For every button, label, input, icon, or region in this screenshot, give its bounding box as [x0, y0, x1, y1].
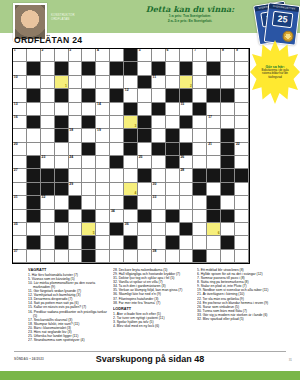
grid-cell-r2c14[interactable] [193, 62, 207, 75]
crossword-grid[interactable]: 1234567891011121213141516317181920212223… [12, 48, 250, 264]
grid-cell-r5c16[interactable] [221, 103, 235, 116]
clue-number: 35 [14, 223, 18, 227]
grid-cell-r8c13 [180, 143, 194, 156]
grid-cell-r1c3[interactable]: 2 [41, 49, 55, 62]
grid-cell-r5c15[interactable] [207, 103, 221, 116]
grid-cell-r2c17[interactable] [235, 62, 249, 75]
grid-cell-r1c12[interactable]: 6 [166, 49, 180, 62]
grid-cell-r13c16 [221, 210, 235, 223]
grid-cell-r11c3 [41, 183, 55, 196]
grid-cell-r11c10[interactable] [138, 183, 152, 196]
grid-cell-r6c15[interactable]: 17 [207, 116, 221, 129]
grid-cell-r13c14[interactable] [193, 210, 207, 223]
grid-cell-r4c10[interactable] [138, 89, 152, 102]
grid-cell-r13c9[interactable] [124, 210, 138, 223]
grid-cell-r8c17[interactable]: 22 [235, 143, 249, 156]
grid-cell-r14c6[interactable]: 5 [82, 223, 96, 236]
clue-section: VÅGRÄTT1. Här förs fashionabla kvister (… [28, 268, 110, 342]
grid-cell-r10c2 [27, 169, 41, 182]
grid-cell-r5c12[interactable] [166, 103, 180, 116]
grid-cell-r12c8[interactable] [110, 196, 124, 209]
clue-number: 20 [14, 143, 18, 147]
grid-cell-r10c11[interactable] [152, 169, 166, 182]
grid-cell-r3c3[interactable] [41, 76, 55, 89]
grid-cell-r6c7[interactable] [96, 116, 110, 129]
grid-cell-r5c17[interactable] [235, 103, 249, 116]
grid-cell-r3c14[interactable] [193, 76, 207, 89]
grid-cell-r12c9 [124, 196, 138, 209]
grid-cell-r5c6[interactable] [82, 103, 96, 116]
grid-cell-r12c1[interactable]: 31 [13, 196, 27, 209]
clue-number: 2 [42, 49, 44, 53]
grid-cell-r14c5[interactable] [69, 223, 83, 236]
clue-section: 5. Ett möblad blir utsocknes (8)6. Hylld… [197, 268, 290, 321]
grid-cell-r13c17[interactable] [235, 210, 249, 223]
grid-cell-r15c7[interactable] [96, 236, 110, 249]
clue-column-3: 5. Ett möblad blir utsocknes (8)6. Hylld… [197, 268, 290, 350]
clue-number: 21 [208, 143, 212, 147]
grid-cell-r3c9[interactable] [124, 76, 138, 89]
grid-cell-r3c11[interactable]: 11 [152, 76, 166, 89]
grid-cell-r10c8[interactable] [110, 169, 124, 182]
grid-cell-r16c14 [193, 250, 207, 263]
grid-cell-r16c6 [82, 250, 96, 263]
howto-body: Bokstäverna i de gula rutorna bildar här… [257, 69, 293, 79]
grid-cell-r7c4 [55, 129, 69, 142]
grid-cell-r4c5[interactable] [69, 89, 83, 102]
grid-cell-r9c9[interactable] [124, 156, 138, 169]
clue-number: 3 [69, 49, 71, 53]
grid-cell-r1c5[interactable]: 3 [69, 49, 83, 62]
grid-cell-r14c16[interactable] [221, 223, 235, 236]
constructor-credit: KONSTRUKTÖR ORDFLÄTAN [51, 14, 111, 22]
grid-cell-r13c11[interactable] [152, 210, 166, 223]
grid-cell-r10c9[interactable] [124, 169, 138, 182]
grid-cell-r12c16[interactable] [221, 196, 235, 209]
grid-cell-r16c10[interactable] [138, 250, 152, 263]
grid-cell-r6c17[interactable] [235, 116, 249, 129]
grid-cell-r2c3[interactable] [41, 62, 55, 75]
answer-coupon-label: Svarskupong på sidan 48 [0, 354, 300, 364]
grid-cell-r3c13[interactable]: 2 [180, 76, 194, 89]
grid-cell-r8c14[interactable] [193, 143, 207, 156]
clue-number: 19 [97, 129, 101, 133]
grid-cell-r14c12[interactable] [166, 223, 180, 236]
grid-cell-r8c11 [152, 143, 166, 156]
grid-cell-r1c7[interactable]: 4 [96, 49, 110, 62]
grid-cell-r16c12[interactable] [166, 250, 180, 263]
grid-cell-r10c10 [138, 169, 152, 182]
grid-cell-r4c4 [55, 89, 69, 102]
grid-cell-r4c11[interactable] [152, 89, 166, 102]
grid-cell-r4c7[interactable] [96, 89, 110, 102]
clue-number: 9 [236, 49, 238, 53]
grid-cell-r12c14[interactable] [193, 196, 207, 209]
grid-cell-r15c4 [55, 236, 69, 249]
clue-number: 27 [14, 169, 18, 173]
grid-cell-r14c15[interactable]: 6 [207, 223, 221, 236]
grid-cell-r3c6[interactable] [82, 76, 96, 89]
grid-cell-r6c1[interactable]: 16 [13, 116, 27, 129]
grid-cell-r9c6[interactable] [82, 156, 96, 169]
grid-cell-r1c1[interactable]: 1 [13, 49, 27, 62]
grid-cell-r2c16[interactable] [221, 62, 235, 75]
grid-cell-r9c17[interactable] [235, 156, 249, 169]
competition-row-digit: 4 [134, 191, 136, 195]
grid-cell-r3c12[interactable] [166, 76, 180, 89]
grid-cell-r5c3[interactable] [41, 103, 55, 116]
grid-cell-r15c11[interactable] [152, 236, 166, 249]
grid-cell-r2c15 [207, 62, 221, 75]
clue-number: 32 [42, 196, 46, 200]
grid-cell-r1c8[interactable] [110, 49, 124, 62]
grid-cell-r8c15[interactable]: 21 [207, 143, 221, 156]
grid-cell-r13c10 [138, 210, 152, 223]
grid-cell-r16c16[interactable] [221, 250, 235, 263]
clue-number: 28 [180, 169, 184, 173]
grid-cell-r7c15[interactable] [207, 129, 221, 142]
grid-cell-r16c9[interactable] [124, 250, 138, 263]
grid-cell-r13c7[interactable] [96, 210, 110, 223]
clue-number: 17 [208, 116, 212, 120]
grid-cell-r8c2[interactable] [27, 143, 41, 156]
grid-cell-r14c7[interactable] [96, 223, 110, 236]
grid-cell-r13c13[interactable] [180, 210, 194, 223]
grid-cell-r6c11[interactable] [152, 116, 166, 129]
grid-cell-r2c12[interactable] [166, 62, 180, 75]
grid-cell-r11c11[interactable]: 30 [152, 183, 166, 196]
grid-cell-r13c12 [166, 210, 180, 223]
grid-cell-r1c15[interactable] [207, 49, 221, 62]
grid-cell-r3c2[interactable] [27, 76, 41, 89]
grid-cell-r16c2[interactable] [27, 250, 41, 263]
grid-cell-r9c4[interactable] [55, 156, 69, 169]
grid-cell-r12c7[interactable] [96, 196, 110, 209]
grid-cell-r14c4[interactable] [55, 223, 69, 236]
clue-number: 10 [14, 76, 18, 80]
page-number: 31 [289, 358, 292, 362]
grid-cell-r11c7[interactable] [96, 183, 110, 196]
grid-cell-r16c4[interactable] [55, 250, 69, 263]
competition-row-digit: 6 [218, 231, 220, 235]
clue-number: 30 [153, 183, 157, 187]
grid-cell-r12c17[interactable] [235, 196, 249, 209]
grid-cell-r7c2[interactable] [27, 129, 41, 142]
grid-cell-r10c3 [41, 169, 55, 182]
grid-cell-r7c11[interactable] [152, 129, 166, 142]
clue-number: 1 [14, 49, 16, 53]
grid-cell-r16c15[interactable] [207, 250, 221, 263]
grid-cell-r1c10[interactable]: 5 [138, 49, 152, 62]
grid-cell-r12c13[interactable] [180, 196, 194, 209]
grid-cell-r1c2[interactable] [27, 49, 41, 62]
grid-cell-r12c6[interactable] [82, 196, 96, 209]
grid-cell-r6c5[interactable] [69, 116, 83, 129]
grid-cell-r2c8 [110, 62, 124, 75]
grid-cell-r1c6[interactable] [82, 49, 96, 62]
grid-cell-r5c13[interactable]: 15 [180, 103, 194, 116]
magazine-puzzle-page: KONSTRUKTÖR ORDFLÄTAN Detta kan du vinna… [0, 0, 300, 380]
grid-cell-r7c5[interactable]: 18 [69, 129, 83, 142]
grid-cell-r8c10[interactable] [138, 143, 152, 156]
grid-cell-r10c14 [193, 169, 207, 182]
clue-number: 14 [97, 103, 101, 107]
grid-cell-r2c13 [180, 62, 194, 75]
grid-cell-r14c9[interactable]: 36 [124, 223, 138, 236]
competition-row-digit: 5 [93, 231, 95, 235]
ticket-number: 25 [272, 11, 294, 28]
grid-cell-r2c9 [124, 62, 138, 75]
grid-cell-r16c7[interactable] [96, 250, 110, 263]
clue-section: 28. Deckare bryta nakenbadarna (5)29. Hå… [113, 268, 194, 305]
clue-number: 24 [69, 156, 73, 160]
grid-cell-r2c1[interactable] [13, 62, 27, 75]
grid-cell-r12c11[interactable]: 33 [152, 196, 166, 209]
grid-cell-r2c5[interactable] [69, 62, 83, 75]
grid-cell-r14c13 [180, 223, 194, 236]
grid-cell-r4c15 [207, 89, 221, 102]
grid-cell-r16c13[interactable] [180, 250, 194, 263]
grid-cell-r10c7[interactable] [96, 169, 110, 182]
clue-number: 25 [139, 156, 143, 160]
grid-cell-r8c4[interactable] [55, 143, 69, 156]
grid-cell-r9c10[interactable]: 25 [138, 156, 152, 169]
grid-cell-r3c16[interactable] [221, 76, 235, 89]
clue-list-header: LODRÄTT [113, 307, 194, 311]
grid-cell-r11c17[interactable] [235, 183, 249, 196]
grid-cell-r14c11[interactable] [152, 223, 166, 236]
clue-number: 37 [14, 250, 18, 254]
grid-cell-r16c8[interactable] [110, 250, 124, 263]
grid-cell-r5c7[interactable]: 14 [96, 103, 110, 116]
grid-cell-r7c10 [138, 129, 152, 142]
grid-cell-r9c2 [27, 156, 41, 169]
grid-cell-r8c3[interactable] [41, 143, 55, 156]
grid-cell-r15c8[interactable] [110, 236, 124, 249]
grid-cell-r3c15[interactable] [207, 76, 221, 89]
grid-cell-r16c5[interactable] [69, 250, 83, 263]
clue-item-27: 27. Strandsumma som spottstyver (4) [28, 338, 110, 342]
grid-cell-r1c13[interactable] [180, 49, 194, 62]
grid-cell-r4c12 [166, 89, 180, 102]
grid-cell-r8c6 [82, 143, 96, 156]
clue-number: 5 [139, 49, 141, 53]
grid-cell-r15c3[interactable] [41, 236, 55, 249]
clue-number: 33 [153, 196, 157, 200]
grid-cell-r6c8[interactable] [110, 116, 124, 129]
grid-cell-r3c10 [138, 76, 152, 89]
grid-cell-r6c12[interactable] [166, 116, 180, 129]
clue-section: LODRÄTT1. Äter vi både före och efter (5… [113, 307, 194, 328]
grid-cell-r9c12 [166, 156, 180, 169]
grid-cell-r7c13[interactable] [180, 129, 194, 142]
grid-cell-r14c10[interactable] [138, 223, 152, 236]
clue-item-38: 38. Får mer inte fira 'finarna' (7) [113, 301, 194, 305]
grid-cell-r10c1[interactable]: 27 [13, 169, 27, 182]
constructor-credit-line2: ORDFLÄTAN [51, 18, 111, 22]
grid-cell-r10c12[interactable] [166, 169, 180, 182]
grid-cell-r5c5[interactable] [69, 103, 83, 116]
grid-cell-r9c7[interactable] [96, 156, 110, 169]
clue-number: 22 [236, 143, 240, 147]
grid-cell-r7c17[interactable] [235, 129, 249, 142]
grid-cell-r10c13[interactable]: 28 [180, 169, 194, 182]
grid-cell-r2c7[interactable] [96, 62, 110, 75]
grid-cell-r5c8[interactable] [110, 103, 124, 116]
grid-cell-r15c10[interactable] [138, 236, 152, 249]
grid-cell-r3c8[interactable] [110, 76, 124, 89]
grid-cell-r1c16[interactable]: 8 [221, 49, 235, 62]
grid-cell-r15c14[interactable] [193, 236, 207, 249]
grid-cell-r13c5[interactable] [69, 210, 83, 223]
clue-item-16: 16. Predikar sådana predikanter och präs… [28, 310, 110, 318]
grid-cell-r7c1[interactable] [13, 129, 27, 142]
grid-cell-r7c3[interactable] [41, 129, 55, 142]
grid-cell-r15c2 [27, 236, 41, 249]
grid-cell-r11c8[interactable] [110, 183, 124, 196]
grid-cell-r7c14[interactable] [193, 129, 207, 142]
grid-cell-r7c6[interactable] [82, 129, 96, 142]
grid-cell-r11c9[interactable]: 4 [124, 183, 138, 196]
grid-cell-r8c9 [124, 143, 138, 156]
grid-cell-r14c1[interactable]: 35 [13, 223, 27, 236]
clue-item-10: 10. Lär mörka plommonaffärer på den svar… [28, 281, 110, 289]
grid-cell-r4c14[interactable] [193, 89, 207, 102]
grid-cell-r1c4[interactable] [55, 49, 69, 62]
grid-cell-r10c6[interactable] [82, 169, 96, 182]
grid-cell-r14c8 [110, 223, 124, 236]
clue-number: 15 [180, 103, 184, 107]
grid-cell-r8c8[interactable] [110, 143, 124, 156]
clue-column-1: VÅGRÄTT1. Här förs fashionabla kvister (… [28, 268, 110, 350]
grid-cell-r11c16 [221, 183, 235, 196]
grid-cell-r13c1[interactable] [13, 210, 27, 223]
grid-cell-r1c17[interactable]: 9 [235, 49, 249, 62]
grid-cell-r5c2[interactable] [27, 103, 41, 116]
grid-cell-r3c17[interactable] [235, 76, 249, 89]
grid-cell-r8c7[interactable] [96, 143, 110, 156]
grid-cell-r12c12[interactable] [166, 196, 180, 209]
grid-cell-r11c15[interactable] [207, 183, 221, 196]
clue-number: 13 [14, 103, 18, 107]
grid-cell-r11c1[interactable] [13, 183, 27, 196]
grid-cell-r14c14[interactable] [193, 223, 207, 236]
grid-cell-r3c5[interactable] [69, 76, 83, 89]
grid-cell-r3c4[interactable]: 1 [55, 76, 69, 89]
grid-cell-r16c11[interactable]: 38 [152, 250, 166, 263]
grid-cell-r15c13[interactable] [180, 236, 194, 249]
grid-cell-r15c9 [124, 236, 138, 249]
grid-cell-r1c14[interactable]: 7 [193, 49, 207, 62]
grid-cell-r9c14[interactable] [193, 156, 207, 169]
grid-cell-r6c16[interactable] [221, 116, 235, 129]
grid-cell-r2c2 [27, 62, 41, 75]
grid-cell-r10c15 [207, 169, 221, 182]
grid-cell-r6c9[interactable]: 3 [124, 116, 138, 129]
grid-cell-r16c17[interactable] [235, 250, 249, 263]
grid-cell-r4c13 [180, 89, 194, 102]
lottery-ticket-front: SVERIGELOTTEN 25 [264, 2, 300, 46]
grid-cell-r15c15[interactable] [207, 236, 221, 249]
clue-number: 26 [180, 156, 184, 160]
grid-cell-r13c8[interactable]: 34 [110, 210, 124, 223]
gold-coin-icon [282, 30, 294, 42]
grid-cell-r9c13[interactable]: 26 [180, 156, 194, 169]
grid-cell-r10c5[interactable] [69, 169, 83, 182]
grid-cell-r7c8[interactable] [110, 129, 124, 142]
grid-cell-r12c2 [27, 196, 41, 209]
clue-number: 7 [194, 49, 196, 53]
grid-cell-r5c11 [152, 103, 166, 116]
grid-cell-r15c1[interactable] [13, 236, 27, 249]
grid-cell-r10c16 [221, 169, 235, 182]
grid-cell-r2c4 [55, 62, 69, 75]
grid-cell-r4c2 [27, 89, 41, 102]
grid-cell-r1c11[interactable] [152, 49, 166, 62]
grid-cell-r5c10[interactable] [138, 103, 152, 116]
grid-cell-r15c5[interactable] [69, 236, 83, 249]
grid-cell-r4c9[interactable]: 12 [124, 89, 138, 102]
grid-cell-r9c5[interactable]: 24 [69, 156, 83, 169]
grid-cell-r14c3[interactable] [41, 223, 55, 236]
grid-cell-r6c3[interactable] [41, 116, 55, 129]
grid-cell-r12c10[interactable] [138, 196, 152, 209]
grid-cell-r8c5[interactable] [69, 143, 83, 156]
grid-cell-r14c17[interactable] [235, 223, 249, 236]
grid-cell-r7c7[interactable]: 19 [96, 129, 110, 142]
grid-cell-r4c6 [82, 89, 96, 102]
grid-cell-r9c16 [221, 156, 235, 169]
grid-cell-r12c3[interactable]: 32 [41, 196, 55, 209]
grid-cell-r5c9 [124, 103, 138, 116]
grid-cell-r15c17[interactable] [235, 236, 249, 249]
grid-cell-r4c17[interactable] [235, 89, 249, 102]
grid-cell-r9c3[interactable]: 23 [41, 156, 55, 169]
grid-cell-r6c6 [82, 116, 96, 129]
clue-number: 29 [69, 183, 73, 187]
grid-cell-r11c12[interactable] [166, 183, 180, 196]
clue-number: 34 [111, 210, 115, 214]
grid-cell-r5c1[interactable]: 13 [13, 103, 27, 116]
grid-cell-r3c1[interactable]: 10 [13, 76, 27, 89]
grid-cell-r15c16 [221, 236, 235, 249]
grid-cell-r11c5[interactable]: 29 [69, 183, 83, 196]
grid-cell-r4c3[interactable] [41, 89, 55, 102]
grid-cell-r8c1[interactable]: 20 [13, 143, 27, 156]
grid-cell-r11c6[interactable] [82, 183, 96, 196]
grid-cell-r14c2[interactable] [27, 223, 41, 236]
competition-row-digit: 2 [190, 84, 192, 88]
grid-cell-r16c1[interactable]: 37 [13, 250, 27, 263]
grid-cell-r2c10[interactable] [138, 62, 152, 75]
clue-number: 8 [222, 49, 224, 53]
clue-number: 23 [42, 156, 46, 160]
grid-cell-r9c1[interactable] [13, 156, 27, 169]
grid-cell-r16c3[interactable] [41, 250, 55, 263]
grid-cell-r10c4 [55, 169, 69, 182]
grid-cell-r9c15[interactable] [207, 156, 221, 169]
grid-cell-r13c3[interactable] [41, 210, 55, 223]
grid-cell-r9c11[interactable] [152, 156, 166, 169]
clue-number: 11 [153, 76, 157, 80]
grid-cell-r11c13[interactable] [180, 183, 194, 196]
grid-cell-r3c7[interactable] [96, 76, 110, 89]
grid-cell-r5c14 [193, 103, 207, 116]
grid-cell-r4c1[interactable] [13, 89, 27, 102]
grid-cell-r5c4[interactable] [55, 103, 69, 116]
grid-cell-r12c4[interactable] [55, 196, 69, 209]
grid-cell-r6c14[interactable] [193, 116, 207, 129]
